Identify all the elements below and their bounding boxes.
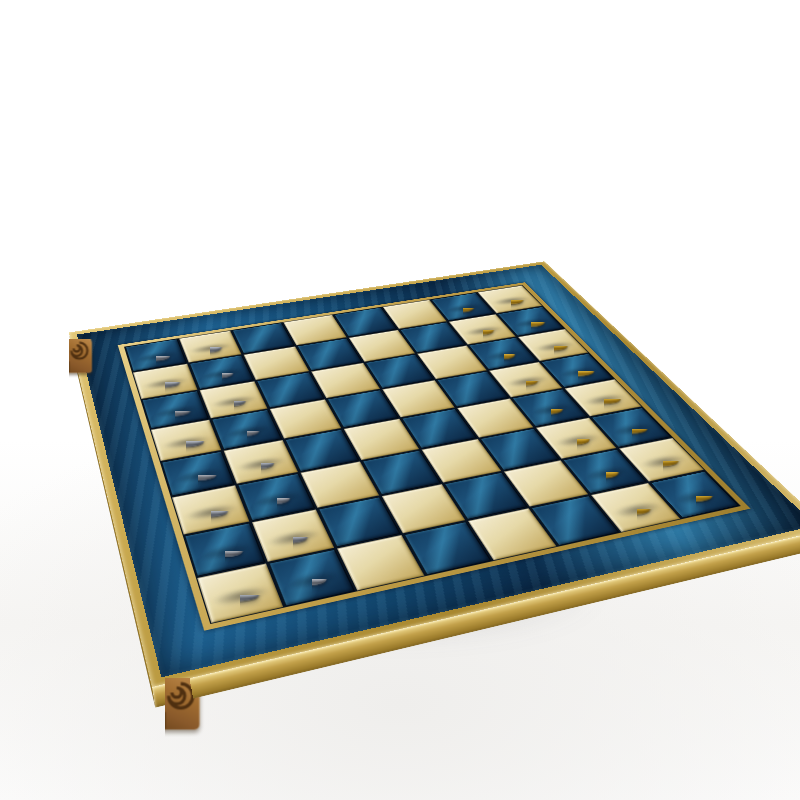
square-d4[interactable] <box>344 419 419 460</box>
white-rook-glyph: ♜ <box>215 543 266 595</box>
square-a7[interactable]: ♟ <box>591 483 680 532</box>
ionic-volute-icon <box>130 668 200 730</box>
black-rook-glyph: ♜ <box>673 449 719 496</box>
ionic-column-foot <box>130 668 200 730</box>
square-a1[interactable]: ♜ <box>197 564 283 623</box>
photo-background: { "game": "chess", "scene": "studio phot… <box>0 0 800 800</box>
square-a2[interactable]: ♟ <box>268 549 355 606</box>
